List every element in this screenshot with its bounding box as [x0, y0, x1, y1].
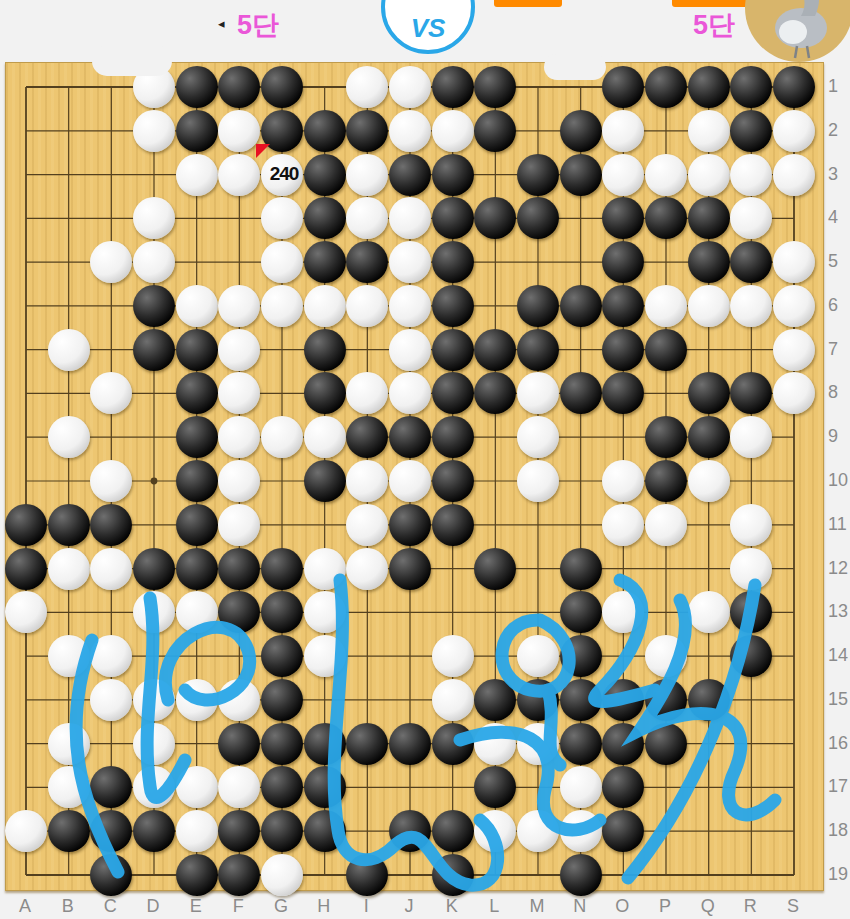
black-stone[interactable] [432, 416, 474, 458]
last-move-marker-icon [256, 144, 270, 158]
white-stone[interactable] [389, 110, 431, 152]
black-stone[interactable] [304, 766, 346, 808]
column-label-G: G [269, 896, 293, 917]
white-stone[interactable] [602, 110, 644, 152]
white-stone[interactable] [773, 154, 815, 196]
white-stone[interactable] [48, 416, 90, 458]
black-stone[interactable] [261, 723, 303, 765]
black-stone[interactable] [688, 66, 730, 108]
black-stone[interactable] [560, 723, 602, 765]
white-stone[interactable] [218, 154, 260, 196]
black-stone[interactable] [133, 285, 175, 327]
vs-label: VS [385, 13, 471, 44]
white-stone[interactable] [645, 154, 687, 196]
column-label-N: N [568, 896, 592, 917]
column-label-E: E [184, 896, 208, 917]
black-stone[interactable] [474, 679, 516, 721]
row-label-3: 3 [828, 164, 850, 185]
black-stone[interactable] [602, 679, 644, 721]
black-stone[interactable] [261, 635, 303, 677]
black-stone[interactable] [261, 810, 303, 852]
black-stone[interactable] [176, 548, 218, 590]
row-label-11: 11 [828, 514, 850, 535]
black-stone[interactable] [261, 66, 303, 108]
white-stone[interactable] [48, 635, 90, 677]
white-stone[interactable] [304, 635, 346, 677]
row-label-10: 10 [828, 470, 850, 491]
black-stone[interactable] [730, 110, 772, 152]
white-stone[interactable] [389, 329, 431, 371]
black-stone[interactable] [176, 460, 218, 502]
black-stone[interactable] [304, 197, 346, 239]
white-stone[interactable] [261, 285, 303, 327]
black-stone[interactable] [602, 329, 644, 371]
black-stone[interactable] [560, 548, 602, 590]
black-stone[interactable] [432, 154, 474, 196]
black-stone[interactable] [432, 66, 474, 108]
black-stone[interactable] [432, 504, 474, 546]
white-stone[interactable] [176, 766, 218, 808]
black-stone[interactable] [645, 66, 687, 108]
black-stone[interactable] [688, 416, 730, 458]
black-stone[interactable] [474, 329, 516, 371]
black-stone[interactable] [304, 110, 346, 152]
white-stone[interactable] [517, 460, 559, 502]
black-stone[interactable] [688, 197, 730, 239]
white-stone[interactable] [176, 810, 218, 852]
column-label-Q: Q [696, 896, 720, 917]
row-label-15: 15 [828, 689, 850, 710]
black-stone[interactable] [560, 110, 602, 152]
row-label-4: 4 [828, 207, 850, 228]
black-stone[interactable] [773, 66, 815, 108]
black-stone[interactable] [346, 723, 388, 765]
white-stone[interactable] [133, 723, 175, 765]
black-stone[interactable] [688, 241, 730, 283]
black-stone[interactable] [5, 548, 47, 590]
white-stone[interactable] [218, 504, 260, 546]
black-stone[interactable] [560, 285, 602, 327]
white-stone[interactable] [5, 810, 47, 852]
white-stone[interactable] [560, 810, 602, 852]
black-stone[interactable] [218, 548, 260, 590]
column-label-B: B [56, 896, 80, 917]
black-stone[interactable] [176, 504, 218, 546]
white-stone[interactable] [645, 504, 687, 546]
collapse-arrow-icon[interactable]: ◂ [218, 16, 225, 31]
go-app-screen: ◂ 5단 5단 VS [0, 0, 850, 919]
row-label-8: 8 [828, 382, 850, 403]
black-stone[interactable] [176, 329, 218, 371]
white-stone[interactable] [48, 723, 90, 765]
white-stone[interactable] [517, 810, 559, 852]
column-label-O: O [610, 896, 634, 917]
go-board[interactable] [5, 62, 824, 891]
column-label-K: K [440, 896, 464, 917]
black-stone[interactable] [474, 110, 516, 152]
move-number-label: 240 [270, 163, 299, 185]
white-stone[interactable] [389, 460, 431, 502]
white-stone[interactable] [773, 285, 815, 327]
row-label-9: 9 [828, 426, 850, 447]
black-stone[interactable] [389, 723, 431, 765]
black-stone[interactable] [517, 154, 559, 196]
black-stone[interactable] [389, 504, 431, 546]
black-stone[interactable] [389, 548, 431, 590]
black-stone[interactable] [645, 329, 687, 371]
white-stone[interactable] [773, 241, 815, 283]
black-stone[interactable] [48, 504, 90, 546]
white-stone[interactable] [218, 329, 260, 371]
black-stone[interactable] [176, 854, 218, 896]
white-stone[interactable] [730, 504, 772, 546]
white-stone[interactable] [688, 591, 730, 633]
vs-badge: VS [381, 0, 475, 54]
white-stone[interactable] [560, 766, 602, 808]
right-player-rank: 5단 [693, 7, 735, 43]
black-stone[interactable] [389, 416, 431, 458]
white-stone[interactable] [432, 110, 474, 152]
white-stone[interactable] [389, 241, 431, 283]
white-stone[interactable] [304, 548, 346, 590]
white-stone[interactable] [176, 154, 218, 196]
bird-avatar-icon [745, 0, 850, 62]
white-stone[interactable] [645, 285, 687, 327]
score-bar-left [494, 0, 562, 7]
black-stone[interactable] [560, 591, 602, 633]
white-stone[interactable] [346, 504, 388, 546]
black-stone[interactable] [560, 372, 602, 414]
white-stone[interactable] [517, 723, 559, 765]
black-stone[interactable] [432, 285, 474, 327]
white-stone[interactable] [389, 285, 431, 327]
row-label-1: 1 [828, 76, 850, 97]
white-stone[interactable] [176, 285, 218, 327]
black-stone[interactable] [645, 460, 687, 502]
black-stone[interactable] [346, 110, 388, 152]
black-stone[interactable] [176, 372, 218, 414]
black-stone[interactable] [602, 723, 644, 765]
black-stone[interactable] [688, 372, 730, 414]
row-label-16: 16 [828, 733, 850, 754]
row-label-7: 7 [828, 339, 850, 360]
ui-overlay-blob [92, 46, 172, 76]
white-stone[interactable] [346, 548, 388, 590]
white-stone[interactable] [133, 110, 175, 152]
black-stone[interactable] [645, 416, 687, 458]
row-label-5: 5 [828, 251, 850, 272]
row-label-17: 17 [828, 776, 850, 797]
black-stone[interactable] [560, 635, 602, 677]
white-stone[interactable] [261, 854, 303, 896]
white-stone[interactable] [688, 110, 730, 152]
black-stone[interactable] [304, 241, 346, 283]
white-stone[interactable] [261, 241, 303, 283]
row-label-14: 14 [828, 645, 850, 666]
black-stone[interactable] [560, 154, 602, 196]
black-stone[interactable] [432, 241, 474, 283]
row-label-12: 12 [828, 558, 850, 579]
black-stone[interactable] [560, 854, 602, 896]
black-stone[interactable] [176, 110, 218, 152]
white-stone[interactable] [304, 591, 346, 633]
black-stone[interactable] [432, 197, 474, 239]
white-stone[interactable] [389, 66, 431, 108]
white-stone[interactable] [432, 635, 474, 677]
black-stone[interactable] [517, 285, 559, 327]
white-stone[interactable] [133, 679, 175, 721]
white-stone[interactable] [304, 285, 346, 327]
white-stone[interactable] [304, 416, 346, 458]
white-stone[interactable] [176, 591, 218, 633]
black-stone[interactable] [133, 329, 175, 371]
black-stone[interactable] [304, 723, 346, 765]
black-stone[interactable] [432, 723, 474, 765]
white-stone[interactable] [517, 416, 559, 458]
column-label-P: P [653, 896, 677, 917]
black-stone[interactable] [176, 66, 218, 108]
white-stone[interactable] [218, 679, 260, 721]
black-stone[interactable] [133, 548, 175, 590]
black-stone[interactable] [517, 329, 559, 371]
white-stone[interactable] [474, 723, 516, 765]
black-stone[interactable] [560, 679, 602, 721]
black-stone[interactable] [432, 854, 474, 896]
white-stone[interactable] [688, 154, 730, 196]
white-stone[interactable] [90, 548, 132, 590]
black-stone[interactable] [304, 460, 346, 502]
black-stone[interactable] [389, 154, 431, 196]
white-stone[interactable] [346, 154, 388, 196]
white-stone[interactable] [517, 635, 559, 677]
white-stone[interactable] [688, 460, 730, 502]
black-stone[interactable] [133, 810, 175, 852]
column-label-D: D [141, 896, 165, 917]
white-stone[interactable] [645, 635, 687, 677]
row-label-2: 2 [828, 120, 850, 141]
white-stone[interactable] [730, 285, 772, 327]
white-stone[interactable] [48, 548, 90, 590]
black-stone[interactable] [304, 154, 346, 196]
column-label-S: S [781, 896, 805, 917]
column-label-M: M [525, 896, 549, 917]
black-stone[interactable] [48, 810, 90, 852]
white-stone[interactable] [133, 241, 175, 283]
white-stone[interactable] [602, 154, 644, 196]
row-label-13: 13 [828, 601, 850, 622]
black-stone[interactable] [432, 810, 474, 852]
black-stone[interactable] [218, 723, 260, 765]
white-stone[interactable] [261, 416, 303, 458]
white-stone[interactable] [688, 285, 730, 327]
row-label-19: 19 [828, 864, 850, 885]
white-stone[interactable] [773, 329, 815, 371]
black-stone[interactable] [304, 329, 346, 371]
column-label-J: J [397, 896, 421, 917]
left-player-rank: 5단 [237, 7, 279, 43]
black-stone[interactable] [90, 504, 132, 546]
black-stone[interactable] [304, 372, 346, 414]
ui-overlay-blob [544, 54, 606, 80]
row-label-18: 18 [828, 820, 850, 841]
black-stone[interactable] [645, 723, 687, 765]
black-stone[interactable] [432, 372, 474, 414]
white-stone[interactable] [432, 679, 474, 721]
column-label-A: A [13, 896, 37, 917]
black-stone[interactable] [688, 679, 730, 721]
white-stone[interactable] [773, 110, 815, 152]
column-label-I: I [354, 896, 378, 917]
column-label-F: F [226, 896, 250, 917]
white-stone[interactable] [602, 504, 644, 546]
black-stone[interactable] [432, 460, 474, 502]
black-stone[interactable] [474, 548, 516, 590]
row-label-6: 6 [828, 295, 850, 316]
black-stone[interactable] [304, 810, 346, 852]
column-label-C: C [98, 896, 122, 917]
white-stone[interactable] [48, 766, 90, 808]
black-stone[interactable] [602, 285, 644, 327]
white-stone[interactable] [176, 679, 218, 721]
black-stone[interactable] [5, 504, 47, 546]
white-stone[interactable] [346, 285, 388, 327]
white-stone[interactable] [90, 679, 132, 721]
black-stone[interactable] [389, 810, 431, 852]
white-stone[interactable] [218, 285, 260, 327]
black-stone[interactable] [176, 416, 218, 458]
black-stone[interactable] [261, 548, 303, 590]
white-stone[interactable] [730, 154, 772, 196]
white-stone[interactable] [48, 329, 90, 371]
black-stone[interactable] [517, 679, 559, 721]
column-label-H: H [312, 896, 336, 917]
black-stone[interactable] [261, 679, 303, 721]
right-player-avatar[interactable] [745, 0, 850, 62]
column-label-R: R [738, 896, 762, 917]
black-stone[interactable] [432, 329, 474, 371]
black-stone[interactable] [645, 679, 687, 721]
white-stone[interactable] [730, 548, 772, 590]
column-label-L: L [482, 896, 506, 917]
white-stone[interactable] [218, 110, 260, 152]
